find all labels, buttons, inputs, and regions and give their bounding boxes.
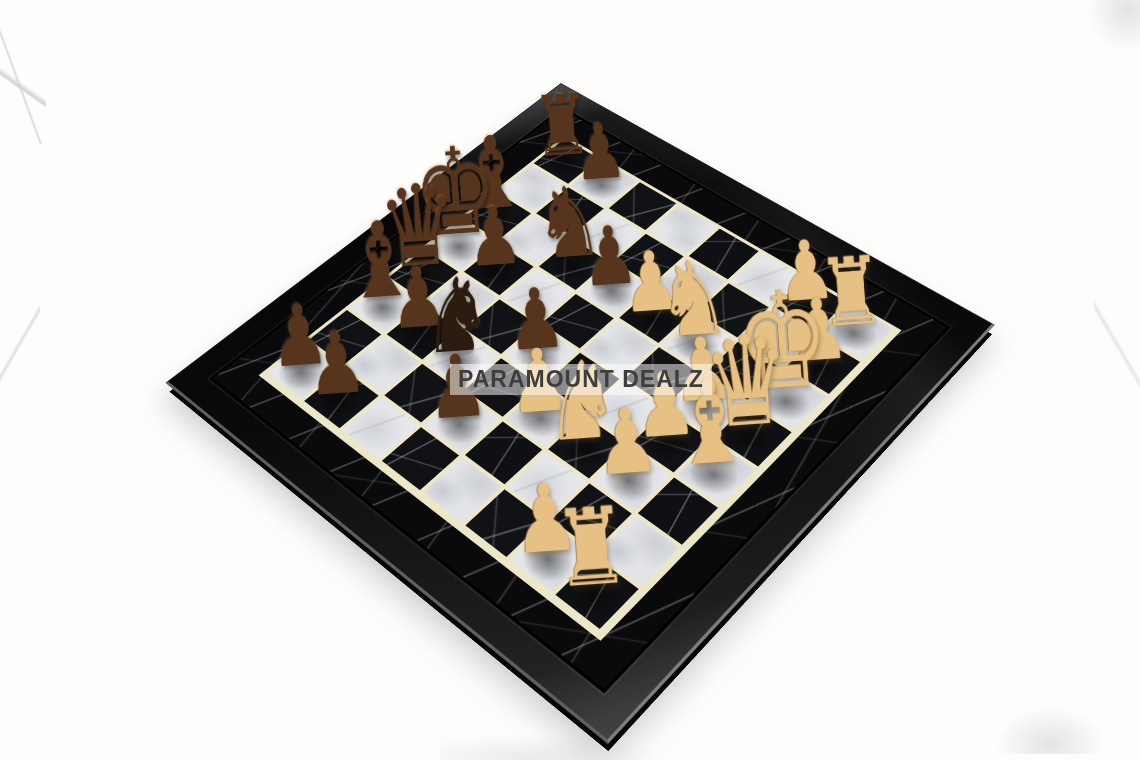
piece-dark-pawn[interactable]: ♟	[304, 319, 370, 408]
board-marble-border: ♜♟♟♜♟♝♞♟♟♞♚♚♟♟♛♛♟♟♝♝♟♞♟♞♟♟♟♟♟♜	[213, 109, 946, 689]
square-b1[interactable]: ♟	[304, 369, 379, 428]
square-h1[interactable]: ♜	[555, 556, 638, 629]
piece-light-pawn[interactable]: ♟	[592, 394, 661, 488]
perspective-wrapper: ♜♟♟♜♟♝♞♟♟♞♚♚♟♟♛♛♟♟♝♝♟♞♟♞♟♟♟♟♟♜	[266, 40, 889, 663]
board-tilt-wrapper: ♜♟♟♜♟♝♞♟♟♞♚♚♟♟♛♛♟♟♝♝♟♞♟♞♟♟♟♟♟♜	[266, 40, 889, 663]
watermark-text: PARAMOUNT DEALZ	[458, 366, 704, 392]
chess-board[interactable]: ♜♟♟♜♟♝♞♟♟♞♚♚♟♟♛♛♟♟♝♝♟♞♟♞♟♟♟♟♟♜	[165, 83, 995, 744]
watermark: PARAMOUNT DEALZ	[450, 364, 712, 395]
square-h4[interactable]: ♝	[677, 440, 756, 505]
piece-light-rook[interactable]: ♜	[551, 492, 633, 604]
